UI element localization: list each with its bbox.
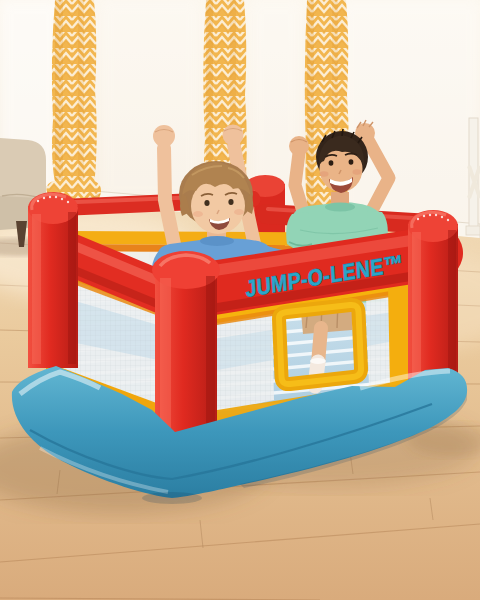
child-left-fist <box>223 125 244 146</box>
child-right-eye <box>329 160 334 165</box>
child-left-fist <box>153 125 175 147</box>
front-post <box>152 251 220 449</box>
child-right-eye <box>349 159 354 164</box>
child-left-eye <box>228 199 233 205</box>
child-left-eye <box>204 200 209 206</box>
right-post <box>408 210 458 388</box>
left-post <box>28 192 78 368</box>
product-photo: JUMP-O-LENE™ <box>0 0 480 600</box>
curtain-panel-1 <box>46 0 101 207</box>
scene-photo: JUMP-O-LENE™ <box>0 0 480 600</box>
sheer-curtain <box>340 0 480 240</box>
